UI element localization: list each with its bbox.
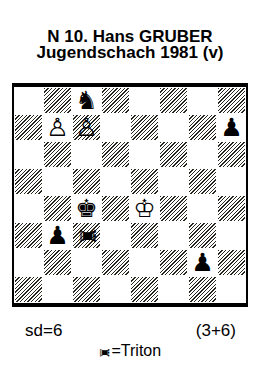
square-f5	[159, 168, 188, 195]
square-b7: ♙	[43, 114, 72, 141]
square-a3	[14, 222, 43, 249]
square-h5	[217, 168, 246, 195]
black-pawn-g2: ♟	[191, 249, 213, 276]
square-a2	[14, 249, 43, 276]
square-a4	[14, 195, 43, 222]
piece-count: (3+6)	[196, 321, 236, 341]
square-f4	[159, 195, 188, 222]
stipulation-row: sd=6 (3+6)	[0, 321, 260, 341]
square-a5	[14, 168, 43, 195]
legend-text: =Triton	[112, 342, 162, 359]
square-c8: ♞	[72, 87, 101, 114]
square-f6	[159, 141, 188, 168]
square-h8	[217, 87, 246, 114]
square-g4	[188, 195, 217, 222]
square-d3	[101, 222, 130, 249]
black-pawn-b3: ♟	[46, 222, 68, 249]
square-b5	[43, 168, 72, 195]
square-b3: ♟	[43, 222, 72, 249]
fairy-piece-legend: ♜=Triton	[0, 342, 260, 360]
square-d8	[101, 87, 130, 114]
square-d7	[101, 114, 130, 141]
square-g5	[188, 168, 217, 195]
black-triton-c3: ♜	[75, 226, 97, 246]
square-b8	[43, 87, 72, 114]
square-h3	[217, 222, 246, 249]
square-h6	[217, 141, 246, 168]
square-g8	[188, 87, 217, 114]
square-f2	[159, 249, 188, 276]
square-b6	[43, 141, 72, 168]
square-e7	[130, 114, 159, 141]
square-h2	[217, 249, 246, 276]
square-e2	[130, 249, 159, 276]
square-c6	[72, 141, 101, 168]
white-pawn-b7: ♙	[46, 114, 68, 141]
black-king-c4: ♚	[75, 195, 97, 222]
square-b1	[43, 276, 72, 303]
square-a6	[14, 141, 43, 168]
square-b4	[43, 195, 72, 222]
square-e6	[130, 141, 159, 168]
square-c5	[72, 168, 101, 195]
square-a7	[14, 114, 43, 141]
square-e4: ♔	[130, 195, 159, 222]
square-c3: ♜	[72, 222, 101, 249]
rotated-rook-icon: ♜	[98, 347, 111, 359]
chess-problem-page: N 10. Hans GRUBER Jugendschach 1981 (v) …	[0, 0, 260, 381]
square-g2: ♟	[188, 249, 217, 276]
square-c4: ♚	[72, 195, 101, 222]
square-d5	[101, 168, 130, 195]
square-c1	[72, 276, 101, 303]
square-g3	[188, 222, 217, 249]
square-c2	[72, 249, 101, 276]
square-c7: ♙	[72, 114, 101, 141]
square-h7: ♟	[217, 114, 246, 141]
square-f3	[159, 222, 188, 249]
square-h4	[217, 195, 246, 222]
square-d4	[101, 195, 130, 222]
white-pawn-c7: ♙	[75, 114, 97, 141]
square-f8	[159, 87, 188, 114]
square-e3	[130, 222, 159, 249]
square-h1	[217, 276, 246, 303]
black-knight-c8: ♞	[75, 87, 97, 114]
square-f7	[159, 114, 188, 141]
square-e8	[130, 87, 159, 114]
white-king-e4: ♔	[133, 195, 155, 222]
black-pawn-h7: ♟	[220, 114, 242, 141]
square-a1	[14, 276, 43, 303]
square-d6	[101, 141, 130, 168]
square-e5	[130, 168, 159, 195]
problem-title-line2: Jugendschach 1981 (v)	[0, 45, 260, 61]
square-e1	[130, 276, 159, 303]
square-g7	[188, 114, 217, 141]
square-d2	[101, 249, 130, 276]
stipulation-text: sd=6	[25, 321, 62, 341]
square-f1	[159, 276, 188, 303]
problem-title: N 10. Hans GRUBER Jugendschach 1981 (v)	[0, 0, 260, 61]
square-d1	[101, 276, 130, 303]
square-a8	[14, 87, 43, 114]
board: ♞♙♙♟♚♔♟♜♟	[12, 83, 248, 307]
square-g1	[188, 276, 217, 303]
square-b2	[43, 249, 72, 276]
square-g6	[188, 141, 217, 168]
